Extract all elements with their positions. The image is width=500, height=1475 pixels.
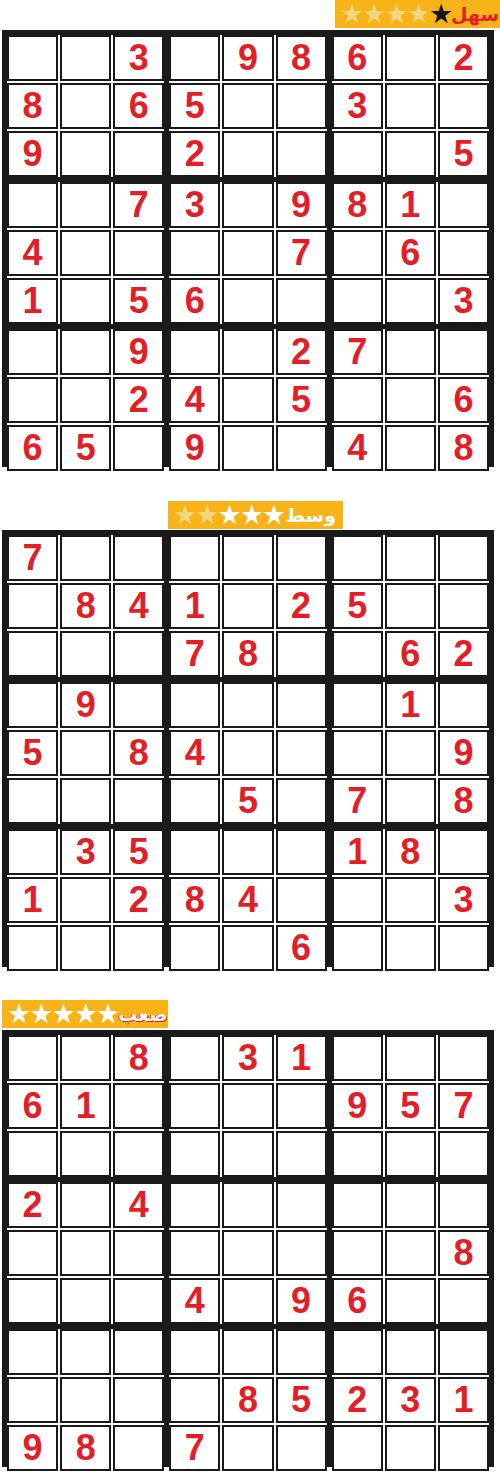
- empty-cell: [276, 631, 327, 677]
- empty-cell: [276, 730, 327, 776]
- given-cell: 1: [438, 1377, 489, 1423]
- given-cell: 3: [385, 1377, 436, 1423]
- empty-cell: [332, 1035, 383, 1081]
- empty-cell: [385, 278, 436, 324]
- empty-cell: [222, 230, 273, 276]
- sudoku-box: 49: [169, 1182, 326, 1324]
- sudoku-box: 562: [332, 535, 489, 677]
- given-cell: 1: [385, 182, 436, 228]
- empty-cell: [332, 377, 383, 423]
- sudoku-box: 98: [7, 1329, 164, 1471]
- sudoku-box: 9852: [169, 35, 326, 177]
- given-cell: 6: [7, 425, 58, 471]
- empty-cell: [113, 1230, 164, 1276]
- given-cell: 4: [7, 230, 58, 276]
- sudoku-box: 31: [169, 1035, 326, 1177]
- empty-cell: [222, 1230, 273, 1276]
- given-cell: 6: [113, 83, 164, 129]
- given-cell: 3: [332, 83, 383, 129]
- empty-cell: [7, 631, 58, 677]
- empty-cell: [113, 631, 164, 677]
- empty-cell: [169, 925, 220, 971]
- empty-cell: [385, 131, 436, 177]
- given-cell: 3: [438, 278, 489, 324]
- sudoku-box: 958: [7, 682, 164, 824]
- given-cell: 3: [222, 1035, 273, 1081]
- given-cell: 6: [438, 377, 489, 423]
- given-cell: 5: [385, 1083, 436, 1129]
- white-star-icon: ★: [240, 502, 262, 528]
- given-cell: 8: [113, 730, 164, 776]
- given-cell: 5: [438, 131, 489, 177]
- given-cell: 2: [169, 131, 220, 177]
- given-cell: 6: [385, 230, 436, 276]
- sudoku-box: 957: [332, 1035, 489, 1177]
- given-cell: 9: [332, 1083, 383, 1129]
- sudoku-box: 846: [169, 829, 326, 971]
- given-cell: 6: [332, 1278, 383, 1324]
- given-cell: 9: [113, 329, 164, 375]
- empty-cell: [385, 1278, 436, 1324]
- given-cell: 3: [438, 877, 489, 923]
- empty-cell: [60, 1278, 111, 1324]
- empty-cell: [60, 535, 111, 581]
- difficulty-label: وسط: [285, 501, 338, 529]
- difficulty-banner-easy: ★★★★★ سهل: [335, 0, 500, 28]
- empty-cell: [60, 877, 111, 923]
- empty-cell: [276, 535, 327, 581]
- empty-cell: [7, 377, 58, 423]
- given-cell: 8: [332, 182, 383, 228]
- empty-cell: [113, 682, 164, 728]
- pale-star-icon: ★: [407, 1, 429, 27]
- empty-cell: [169, 829, 220, 875]
- given-cell: 1: [7, 877, 58, 923]
- empty-cell: [385, 583, 436, 629]
- empty-cell: [438, 1278, 489, 1324]
- given-cell: 1: [60, 1083, 111, 1129]
- given-cell: 7: [169, 1425, 220, 1471]
- empty-cell: [332, 131, 383, 177]
- given-cell: 9: [276, 182, 327, 228]
- empty-cell: [222, 535, 273, 581]
- empty-cell: [332, 631, 383, 677]
- empty-cell: [60, 778, 111, 824]
- empty-cell: [60, 1377, 111, 1423]
- empty-cell: [385, 329, 436, 375]
- empty-cell: [60, 1131, 111, 1177]
- empty-cell: [169, 1377, 220, 1423]
- empty-cell: [438, 682, 489, 728]
- given-cell: 7: [332, 778, 383, 824]
- empty-cell: [438, 1425, 489, 1471]
- given-cell: 4: [332, 425, 383, 471]
- empty-cell: [7, 925, 58, 971]
- empty-cell: [332, 682, 383, 728]
- empty-cell: [222, 583, 273, 629]
- sudoku-box: 2459: [169, 329, 326, 471]
- empty-cell: [385, 1425, 436, 1471]
- white-star-icon: ★: [7, 1001, 29, 1027]
- empty-cell: [60, 131, 111, 177]
- given-cell: 2: [438, 35, 489, 81]
- empty-cell: [222, 1083, 273, 1129]
- empty-cell: [169, 1131, 220, 1177]
- empty-cell: [276, 1182, 327, 1228]
- empty-cell: [438, 1329, 489, 1375]
- sudoku-box: 8163: [332, 182, 489, 324]
- empty-cell: [7, 778, 58, 824]
- given-cell: 6: [332, 35, 383, 81]
- white-star-icon: ★: [51, 1001, 73, 1027]
- given-cell: 1: [169, 583, 220, 629]
- sudoku-box: 7648: [332, 329, 489, 471]
- empty-cell: [169, 1083, 220, 1129]
- given-cell: 9: [222, 35, 273, 81]
- given-cell: 2: [113, 877, 164, 923]
- given-cell: 8: [222, 1377, 273, 1423]
- empty-cell: [222, 730, 273, 776]
- empty-cell: [276, 278, 327, 324]
- empty-cell: [385, 377, 436, 423]
- given-cell: 7: [276, 230, 327, 276]
- given-cell: 6: [276, 925, 327, 971]
- given-cell: 8: [385, 829, 436, 875]
- given-cell: 5: [113, 829, 164, 875]
- given-cell: 1: [276, 1035, 327, 1081]
- empty-cell: [438, 1035, 489, 1081]
- empty-cell: [438, 1131, 489, 1177]
- empty-cell: [60, 278, 111, 324]
- sudoku-sheet: ★★★★★ سهل 386998526235741539768163926524…: [0, 0, 500, 1475]
- empty-cell: [7, 35, 58, 81]
- empty-cell: [60, 1230, 111, 1276]
- sudoku-box: 7415: [7, 182, 164, 324]
- empty-cell: [385, 1131, 436, 1177]
- empty-cell: [438, 925, 489, 971]
- given-cell: 8: [169, 877, 220, 923]
- empty-cell: [113, 925, 164, 971]
- empty-cell: [276, 1329, 327, 1375]
- empty-cell: [169, 682, 220, 728]
- empty-cell: [7, 829, 58, 875]
- pale-star-icon: ★: [362, 1, 384, 27]
- pale-star-icon: ★: [340, 1, 362, 27]
- given-cell: 5: [113, 278, 164, 324]
- star-rating: ★★★★★: [7, 1001, 118, 1027]
- empty-cell: [438, 535, 489, 581]
- empty-cell: [276, 1230, 327, 1276]
- given-cell: 1: [332, 829, 383, 875]
- given-cell: 2: [276, 329, 327, 375]
- difficulty-banner-hard: ★★★★★ صعب: [2, 1000, 168, 1028]
- given-cell: 4: [169, 730, 220, 776]
- empty-cell: [113, 230, 164, 276]
- sudoku-board: 8613195724498698857231: [2, 1030, 494, 1467]
- empty-cell: [60, 182, 111, 228]
- empty-cell: [222, 329, 273, 375]
- empty-cell: [60, 35, 111, 81]
- star-rating: ★★★★★: [340, 1, 451, 27]
- empty-cell: [7, 583, 58, 629]
- given-cell: 5: [169, 83, 220, 129]
- empty-cell: [7, 182, 58, 228]
- given-cell: 8: [276, 35, 327, 81]
- empty-cell: [332, 278, 383, 324]
- sudoku-box: 9265: [7, 329, 164, 471]
- empty-cell: [438, 583, 489, 629]
- empty-cell: [60, 1329, 111, 1375]
- empty-cell: [7, 1131, 58, 1177]
- given-cell: 3: [113, 35, 164, 81]
- empty-cell: [60, 730, 111, 776]
- empty-cell: [438, 329, 489, 375]
- given-cell: 9: [7, 1425, 58, 1471]
- empty-cell: [332, 535, 383, 581]
- empty-cell: [222, 83, 273, 129]
- empty-cell: [332, 877, 383, 923]
- given-cell: 8: [60, 583, 111, 629]
- given-cell: 6: [385, 631, 436, 677]
- empty-cell: [169, 1182, 220, 1228]
- empty-cell: [385, 1329, 436, 1375]
- given-cell: 9: [276, 1278, 327, 1324]
- empty-cell: [438, 1182, 489, 1228]
- empty-cell: [7, 682, 58, 728]
- given-cell: 9: [7, 131, 58, 177]
- given-cell: 8: [438, 1230, 489, 1276]
- sudoku-box: 784: [7, 535, 164, 677]
- given-cell: 5: [332, 583, 383, 629]
- empty-cell: [169, 230, 220, 276]
- given-cell: 4: [113, 1182, 164, 1228]
- empty-cell: [222, 425, 273, 471]
- given-cell: 1: [7, 278, 58, 324]
- empty-cell: [438, 829, 489, 875]
- given-cell: 7: [332, 329, 383, 375]
- empty-cell: [113, 1278, 164, 1324]
- empty-cell: [7, 329, 58, 375]
- sudoku-box: 1278: [169, 535, 326, 677]
- empty-cell: [60, 377, 111, 423]
- empty-cell: [332, 1230, 383, 1276]
- empty-cell: [385, 35, 436, 81]
- pale-star-icon: ★: [384, 1, 406, 27]
- empty-cell: [169, 329, 220, 375]
- sudoku-box: 3512: [7, 829, 164, 971]
- empty-cell: [60, 631, 111, 677]
- white-star-icon: ★: [74, 1001, 96, 1027]
- given-cell: 5: [222, 778, 273, 824]
- given-cell: 2: [276, 583, 327, 629]
- given-cell: 5: [276, 1377, 327, 1423]
- empty-cell: [60, 83, 111, 129]
- sudoku-box: 1978: [332, 682, 489, 824]
- empty-cell: [222, 925, 273, 971]
- difficulty-banner-medium: ★★★★★ وسط: [168, 501, 343, 529]
- empty-cell: [332, 230, 383, 276]
- empty-cell: [276, 829, 327, 875]
- given-cell: 4: [222, 877, 273, 923]
- empty-cell: [385, 730, 436, 776]
- white-star-icon: ★: [96, 1001, 118, 1027]
- empty-cell: [222, 131, 273, 177]
- empty-cell: [276, 877, 327, 923]
- empty-cell: [222, 377, 273, 423]
- empty-cell: [60, 1182, 111, 1228]
- empty-cell: [438, 230, 489, 276]
- empty-cell: [276, 1425, 327, 1471]
- given-cell: 2: [438, 631, 489, 677]
- white-star-icon: ★: [262, 502, 284, 528]
- given-cell: 7: [169, 631, 220, 677]
- empty-cell: [7, 1035, 58, 1081]
- black-star-icon: ★: [429, 1, 451, 27]
- empty-cell: [60, 230, 111, 276]
- empty-cell: [113, 778, 164, 824]
- empty-cell: [60, 1035, 111, 1081]
- given-cell: 4: [169, 1278, 220, 1324]
- empty-cell: [169, 35, 220, 81]
- empty-cell: [113, 425, 164, 471]
- given-cell: 7: [7, 535, 58, 581]
- empty-cell: [276, 682, 327, 728]
- empty-cell: [222, 1182, 273, 1228]
- empty-cell: [276, 131, 327, 177]
- sudoku-board: 78412785629584519783512846183: [2, 530, 494, 967]
- empty-cell: [222, 1131, 273, 1177]
- pale-star-icon: ★: [173, 502, 195, 528]
- empty-cell: [7, 1278, 58, 1324]
- empty-cell: [169, 1230, 220, 1276]
- given-cell: 7: [113, 182, 164, 228]
- given-cell: 8: [60, 1425, 111, 1471]
- empty-cell: [332, 1182, 383, 1228]
- given-cell: 2: [113, 377, 164, 423]
- empty-cell: [222, 182, 273, 228]
- empty-cell: [385, 1230, 436, 1276]
- given-cell: 4: [169, 377, 220, 423]
- given-cell: 5: [276, 377, 327, 423]
- given-cell: 9: [60, 682, 111, 728]
- white-star-icon: ★: [217, 502, 239, 528]
- pale-star-icon: ★: [195, 502, 217, 528]
- given-cell: 8: [113, 1035, 164, 1081]
- empty-cell: [113, 1083, 164, 1129]
- white-star-icon: ★: [29, 1001, 51, 1027]
- empty-cell: [113, 535, 164, 581]
- sudoku-box: 183: [332, 829, 489, 971]
- empty-cell: [276, 1083, 327, 1129]
- given-cell: 8: [7, 83, 58, 129]
- sudoku-box: 45: [169, 682, 326, 824]
- given-cell: 4: [113, 583, 164, 629]
- sudoku-box: 6235: [332, 35, 489, 177]
- empty-cell: [222, 1425, 273, 1471]
- empty-cell: [222, 1329, 273, 1375]
- empty-cell: [385, 83, 436, 129]
- sudoku-box: 857: [169, 1329, 326, 1471]
- empty-cell: [169, 1329, 220, 1375]
- empty-cell: [222, 278, 273, 324]
- empty-cell: [438, 182, 489, 228]
- sudoku-box: 3976: [169, 182, 326, 324]
- empty-cell: [332, 1425, 383, 1471]
- empty-cell: [385, 778, 436, 824]
- star-rating: ★★★★★: [173, 502, 284, 528]
- given-cell: 9: [438, 730, 489, 776]
- empty-cell: [385, 1035, 436, 1081]
- empty-cell: [113, 1425, 164, 1471]
- difficulty-label: صعب: [118, 1000, 169, 1028]
- given-cell: 2: [332, 1377, 383, 1423]
- empty-cell: [60, 925, 111, 971]
- sudoku-board: 386998526235741539768163926524597648: [2, 30, 494, 467]
- empty-cell: [276, 425, 327, 471]
- empty-cell: [113, 1131, 164, 1177]
- given-cell: 7: [438, 1083, 489, 1129]
- given-cell: 8: [438, 778, 489, 824]
- given-cell: 6: [169, 278, 220, 324]
- empty-cell: [113, 1377, 164, 1423]
- given-cell: 2: [7, 1182, 58, 1228]
- empty-cell: [332, 1131, 383, 1177]
- given-cell: 5: [60, 425, 111, 471]
- sudoku-box: 86: [332, 1182, 489, 1324]
- given-cell: 8: [222, 631, 273, 677]
- empty-cell: [113, 131, 164, 177]
- empty-cell: [7, 1329, 58, 1375]
- given-cell: 9: [169, 425, 220, 471]
- empty-cell: [7, 1377, 58, 1423]
- difficulty-label: سهل: [451, 0, 500, 28]
- sudoku-box: 3869: [7, 35, 164, 177]
- given-cell: 3: [169, 182, 220, 228]
- empty-cell: [385, 877, 436, 923]
- empty-cell: [385, 535, 436, 581]
- sudoku-box: 231: [332, 1329, 489, 1471]
- empty-cell: [385, 425, 436, 471]
- empty-cell: [276, 778, 327, 824]
- empty-cell: [60, 329, 111, 375]
- empty-cell: [169, 778, 220, 824]
- empty-cell: [332, 925, 383, 971]
- empty-cell: [276, 1131, 327, 1177]
- empty-cell: [222, 829, 273, 875]
- empty-cell: [276, 83, 327, 129]
- empty-cell: [222, 1278, 273, 1324]
- empty-cell: [169, 535, 220, 581]
- empty-cell: [7, 1230, 58, 1276]
- empty-cell: [169, 1035, 220, 1081]
- given-cell: 6: [7, 1083, 58, 1129]
- empty-cell: [332, 730, 383, 776]
- given-cell: 5: [7, 730, 58, 776]
- empty-cell: [385, 1182, 436, 1228]
- sudoku-box: 861: [7, 1035, 164, 1177]
- empty-cell: [222, 682, 273, 728]
- given-cell: 3: [60, 829, 111, 875]
- empty-cell: [438, 83, 489, 129]
- empty-cell: [332, 1329, 383, 1375]
- empty-cell: [385, 925, 436, 971]
- empty-cell: [113, 1329, 164, 1375]
- given-cell: 8: [438, 425, 489, 471]
- given-cell: 1: [385, 682, 436, 728]
- sudoku-box: 24: [7, 1182, 164, 1324]
